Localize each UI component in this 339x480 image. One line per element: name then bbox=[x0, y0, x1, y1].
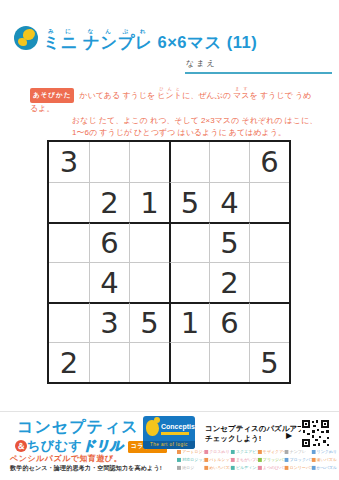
page-title: ミニみに ナンプレなんぷれ 6×6マス (11) bbox=[43, 28, 257, 51]
puzzle-type-tag: ビルディングパズル bbox=[231, 464, 258, 472]
sudoku-cell-given: 1 bbox=[129, 182, 169, 222]
sudoku-cell-empty[interactable] bbox=[129, 262, 169, 302]
how-to-play-badge: あそびかた bbox=[30, 88, 74, 103]
instructions-line1: あそびかたかいてある すうじを ヒントひんとに、ぜんぶの マスますを すうじで … bbox=[30, 86, 318, 115]
puzzle-type-tag: 違いパズル bbox=[311, 456, 338, 464]
sudoku-cell-empty[interactable] bbox=[249, 262, 289, 302]
footer: コンセプティス パズル ＆ちびむすドリルコラボ企画 ペンシルパズルで知育遊び。 … bbox=[0, 411, 339, 480]
qr-code bbox=[301, 419, 330, 448]
sudoku-cell-given: 2 bbox=[49, 342, 89, 382]
sudoku-cell-empty[interactable] bbox=[89, 342, 129, 382]
puzzle-type-tag: まちがいブロック bbox=[231, 456, 258, 464]
puzzle-type-tag: ブロックパズル bbox=[284, 456, 311, 464]
sudoku-cell-given: 2 bbox=[209, 262, 249, 302]
name-input-line[interactable] bbox=[185, 72, 332, 74]
puzzle-type-tag: 対応ロジック bbox=[177, 456, 204, 464]
title-word-nanpure: ナンプレなんぷれ bbox=[83, 33, 153, 51]
sudoku-board: 3621546542351625 bbox=[47, 140, 291, 384]
name-field-label: なまえ bbox=[186, 58, 217, 69]
arrow-right-icon: ▶ bbox=[286, 431, 292, 440]
puzzle-type-tag: リンクぬり bbox=[311, 448, 338, 456]
puzzle-type-tag: 絵ロジ bbox=[177, 464, 204, 472]
sudoku-cell-empty[interactable] bbox=[209, 142, 249, 182]
sudoku-cell-given: 6 bbox=[209, 302, 249, 342]
sudoku-cell-empty[interactable] bbox=[49, 222, 89, 262]
sudoku-cell-empty[interactable] bbox=[169, 262, 209, 302]
sudoku-cell-given: 4 bbox=[209, 182, 249, 222]
conceptis-mascot-icon bbox=[14, 26, 38, 50]
sudoku-cell-given: 2 bbox=[89, 182, 129, 222]
tagline-skills: 数学的センス・論理的思考力・空間認知力を高めよう! bbox=[10, 464, 162, 473]
sudoku-cell-given: 5 bbox=[209, 222, 249, 262]
sudoku-cell-given: 5 bbox=[169, 182, 209, 222]
puzzle-type-tag: スクエアピクト bbox=[231, 448, 258, 456]
sudoku-cell-empty[interactable] bbox=[249, 182, 289, 222]
sudoku-cell-empty[interactable] bbox=[129, 222, 169, 262]
sudoku-cell-empty[interactable] bbox=[249, 222, 289, 262]
puzzle-type-tag: かべパズル bbox=[311, 464, 338, 472]
sudoku-cell-given: 1 bbox=[169, 302, 209, 342]
puzzle-type-tag: ロンリーパズル bbox=[284, 464, 311, 472]
sudoku-cell-empty[interactable] bbox=[49, 302, 89, 342]
sudoku-cell-empty[interactable] bbox=[169, 142, 209, 182]
tagline-pencil-puzzle: ペンシルパズルで知育遊び。 bbox=[10, 453, 122, 464]
sudoku-cell-empty[interactable] bbox=[129, 342, 169, 382]
ampersand-badge: ＆ bbox=[15, 440, 27, 452]
puzzle-type-tag-list: アートロジッククロスぬりスクエアピクトモザイクアートナンプレリンクぬり対応ロジッ… bbox=[177, 448, 339, 472]
instructions: あそびかたかいてある すうじを ヒントひんとに、ぜんぶの マスますを すうじで … bbox=[30, 86, 318, 139]
puzzle-type-tag: モザイクアート bbox=[258, 448, 285, 456]
sudoku-cell-empty[interactable] bbox=[169, 222, 209, 262]
header: ミニみに ナンプレなんぷれ 6×6マス (11) bbox=[14, 26, 257, 50]
conceptis-mascot-icon bbox=[146, 420, 159, 436]
sudoku-cell-given: 6 bbox=[89, 222, 129, 262]
sudoku-cell-empty[interactable] bbox=[49, 182, 89, 222]
title-suffix: 6×6マス (11) bbox=[152, 33, 257, 51]
sudoku-cell-given: 3 bbox=[49, 142, 89, 182]
sudoku-cell-given: 3 bbox=[89, 302, 129, 342]
title-word-mini: ミニみに bbox=[43, 33, 78, 51]
sudoku-cell-given: 5 bbox=[249, 342, 289, 382]
puzzle-type-tag: ブリッジパズル bbox=[258, 456, 285, 464]
puzzle-type-tag: クロスぬり bbox=[204, 448, 231, 456]
sudoku-cell-empty[interactable] bbox=[49, 262, 89, 302]
instructions-line3: 1〜6の すうじが ひとつずつ はいるように あてはめよう。 bbox=[72, 127, 318, 139]
puzzle-type-tag: よつのびパズル bbox=[258, 464, 285, 472]
sudoku-cell-empty[interactable] bbox=[249, 302, 289, 342]
puzzle-type-tag: めいろパズル bbox=[204, 464, 231, 472]
sudoku-cell-empty[interactable] bbox=[129, 142, 169, 182]
puzzle-type-tag: バトルシップ bbox=[204, 456, 231, 464]
puzzle-type-tag: ナンプレ bbox=[284, 448, 311, 456]
sudoku-cell-given: 6 bbox=[249, 142, 289, 182]
conceptis-logo: Conceptis The art of logic bbox=[143, 416, 195, 449]
instructions-line2: おなじ たて、よこの れつ、そして 2×3マスの それぞれの はこに、 bbox=[72, 115, 318, 127]
sudoku-cell-empty[interactable] bbox=[89, 142, 129, 182]
sudoku-cell-given: 4 bbox=[89, 262, 129, 302]
puzzle-type-tag: アートロジック bbox=[177, 448, 204, 456]
sudoku-cell-empty[interactable] bbox=[209, 342, 249, 382]
sudoku-cell-empty[interactable] bbox=[169, 342, 209, 382]
sudoku-cell-given: 5 bbox=[129, 302, 169, 342]
